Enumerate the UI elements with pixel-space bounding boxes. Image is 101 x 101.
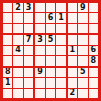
cell-r1c5[interactable] xyxy=(46,3,55,12)
cell-r3c3[interactable] xyxy=(24,24,33,33)
cell-r9c1[interactable] xyxy=(3,89,12,98)
cell-r9c8[interactable] xyxy=(78,89,87,98)
cell-r4c5[interactable]: 5 xyxy=(46,35,55,44)
cell-r6c3[interactable] xyxy=(24,56,33,65)
cell-r6c5[interactable] xyxy=(46,56,55,65)
cell-r4c8[interactable] xyxy=(78,35,87,44)
cell-r8c3[interactable] xyxy=(24,78,33,87)
cell-r9c4[interactable] xyxy=(35,89,44,98)
cell-r3c8[interactable] xyxy=(78,24,87,33)
cell-r4c6[interactable] xyxy=(56,35,65,44)
cell-r7c7[interactable] xyxy=(68,68,77,77)
cell-r4c3[interactable]: 7 xyxy=(24,35,33,44)
cell-r1c8[interactable]: 9 xyxy=(78,3,87,12)
cell-r7c2[interactable] xyxy=(13,68,22,77)
cell-r7c3[interactable] xyxy=(24,68,33,77)
cell-r1c2[interactable]: 2 xyxy=(13,3,22,12)
cell-r3c5[interactable] xyxy=(46,24,55,33)
cell-r4c9[interactable] xyxy=(89,35,98,44)
cell-r5c7[interactable]: 1 xyxy=(68,46,77,55)
cell-r1c3[interactable]: 3 xyxy=(24,3,33,12)
cell-r9c3[interactable] xyxy=(24,89,33,98)
cell-r8c6[interactable] xyxy=(56,78,65,87)
cell-r3c6[interactable] xyxy=(56,24,65,33)
box-1: 23 xyxy=(3,3,33,33)
box-3: 9 xyxy=(68,3,98,33)
cell-r9c9[interactable] xyxy=(89,89,98,98)
cell-r8c2[interactable] xyxy=(13,78,22,87)
cell-r5c5[interactable] xyxy=(46,46,55,55)
cell-r4c1[interactable] xyxy=(3,35,12,44)
cell-r8c1[interactable]: 1 xyxy=(3,78,12,87)
cell-r3c2[interactable] xyxy=(13,24,22,33)
cell-r1c4[interactable] xyxy=(35,3,44,12)
cell-r8c4[interactable] xyxy=(35,78,44,87)
cell-r1c6[interactable] xyxy=(56,3,65,12)
cell-r3c9[interactable] xyxy=(89,24,98,33)
cell-r1c7[interactable] xyxy=(68,3,77,12)
cell-r2c1[interactable] xyxy=(3,13,12,22)
cell-r5c9[interactable]: 6 xyxy=(89,46,98,55)
cell-r5c2[interactable]: 4 xyxy=(13,46,22,55)
cell-r6c4[interactable] xyxy=(35,56,44,65)
cell-r7c8[interactable]: 5 xyxy=(78,68,87,77)
cell-r7c6[interactable] xyxy=(56,68,65,77)
cell-r2c9[interactable] xyxy=(89,13,98,22)
cell-r9c6[interactable] xyxy=(56,89,65,98)
box-2: 61 xyxy=(35,3,65,33)
cell-r7c4[interactable]: 9 xyxy=(35,68,44,77)
cell-r2c6[interactable]: 1 xyxy=(56,13,65,22)
cell-r4c7[interactable] xyxy=(68,35,77,44)
cell-r2c4[interactable] xyxy=(35,13,44,22)
box-9: 52 xyxy=(68,68,98,98)
cell-r1c1[interactable] xyxy=(3,3,12,12)
cell-r3c4[interactable] xyxy=(35,24,44,33)
cell-r5c1[interactable] xyxy=(3,46,12,55)
cell-r8c8[interactable] xyxy=(78,78,87,87)
cell-r4c2[interactable] xyxy=(13,35,22,44)
cell-r7c5[interactable] xyxy=(46,68,55,77)
cell-r4c4[interactable]: 3 xyxy=(35,35,44,44)
cell-r5c6[interactable] xyxy=(56,46,65,55)
cell-r3c1[interactable] xyxy=(3,24,12,33)
cell-r6c9[interactable]: 8 xyxy=(89,56,98,65)
cell-r2c7[interactable] xyxy=(68,13,77,22)
box-7: 81 xyxy=(3,68,33,98)
sudoku-board: 23619743516881952 xyxy=(0,0,101,101)
cell-r7c9[interactable] xyxy=(89,68,98,77)
cell-r9c5[interactable] xyxy=(46,89,55,98)
cell-r8c7[interactable] xyxy=(68,78,77,87)
cell-r6c8[interactable] xyxy=(78,56,87,65)
box-6: 168 xyxy=(68,35,98,65)
cell-r8c5[interactable] xyxy=(46,78,55,87)
cell-r7c1[interactable]: 8 xyxy=(3,68,12,77)
box-4: 74 xyxy=(3,35,33,65)
cell-r8c9[interactable] xyxy=(89,78,98,87)
cell-r5c3[interactable] xyxy=(24,46,33,55)
cell-r2c2[interactable] xyxy=(13,13,22,22)
cell-r1c9[interactable] xyxy=(89,3,98,12)
cell-r6c6[interactable] xyxy=(56,56,65,65)
cell-r6c2[interactable] xyxy=(13,56,22,65)
cell-r2c8[interactable] xyxy=(78,13,87,22)
box-8: 9 xyxy=(35,68,65,98)
cell-r3c7[interactable] xyxy=(68,24,77,33)
cell-r2c3[interactable] xyxy=(24,13,33,22)
cell-r5c4[interactable] xyxy=(35,46,44,55)
cell-r9c2[interactable] xyxy=(13,89,22,98)
cell-r9c7[interactable]: 2 xyxy=(68,89,77,98)
box-5: 35 xyxy=(35,35,65,65)
cell-r5c8[interactable] xyxy=(78,46,87,55)
cell-r6c7[interactable] xyxy=(68,56,77,65)
cell-r6c1[interactable] xyxy=(3,56,12,65)
cell-r2c5[interactable]: 6 xyxy=(46,13,55,22)
